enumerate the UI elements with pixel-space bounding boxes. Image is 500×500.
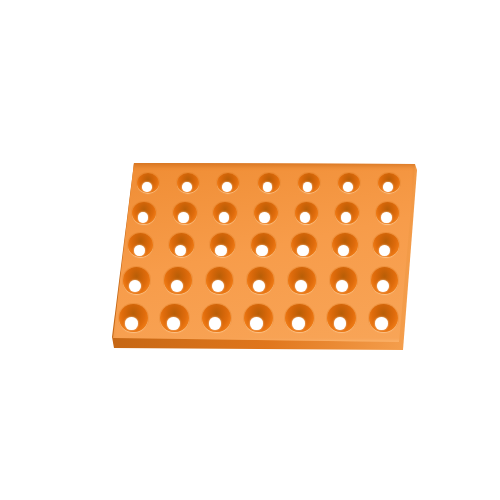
through-hole xyxy=(142,182,152,192)
through-hole xyxy=(381,212,391,222)
through-hole xyxy=(375,317,388,330)
through-hole xyxy=(303,182,313,192)
through-hole xyxy=(138,212,148,222)
through-hole xyxy=(292,317,305,330)
through-hole xyxy=(383,182,393,192)
through-hole xyxy=(219,212,229,222)
through-hole xyxy=(209,317,222,330)
through-hole xyxy=(222,182,232,192)
product-photo xyxy=(0,0,500,500)
through-hole xyxy=(297,245,308,256)
through-hole xyxy=(182,182,192,192)
through-hole xyxy=(253,280,265,292)
through-hole xyxy=(125,317,138,330)
through-hole xyxy=(263,182,273,192)
through-hole xyxy=(343,182,353,192)
through-hole xyxy=(212,280,224,292)
through-hole xyxy=(300,212,310,222)
through-hole xyxy=(171,280,183,292)
through-hole xyxy=(250,317,263,330)
through-hole xyxy=(334,317,347,330)
through-hole xyxy=(256,245,267,256)
through-hole xyxy=(336,280,348,292)
through-hole xyxy=(215,245,226,256)
through-hole xyxy=(175,245,186,256)
through-hole xyxy=(341,212,351,222)
through-hole xyxy=(259,212,269,222)
through-hole xyxy=(134,245,145,256)
through-hole xyxy=(295,280,307,292)
through-hole xyxy=(377,280,389,292)
through-hole xyxy=(167,317,180,330)
through-hole xyxy=(178,212,188,222)
through-hole xyxy=(129,280,141,292)
